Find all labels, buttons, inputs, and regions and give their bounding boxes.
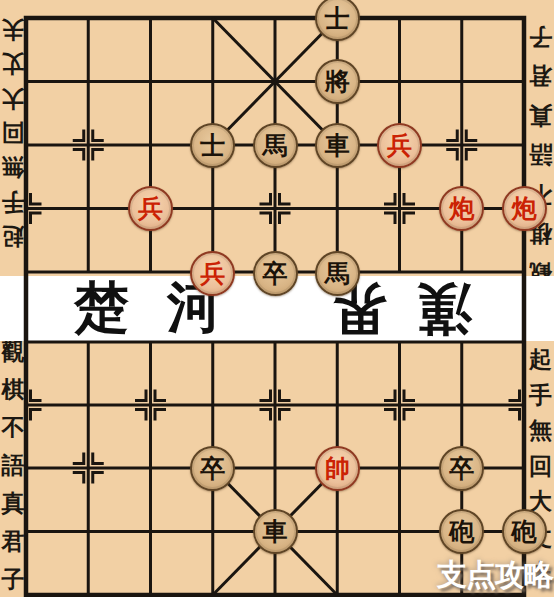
piece-black-cannon[interactable]: 砲: [502, 509, 547, 554]
piece-black-chariot[interactable]: 車: [315, 123, 360, 168]
piece-black-cannon[interactable]: 砲: [439, 509, 484, 554]
piece-black-advisor[interactable]: 士: [190, 123, 235, 168]
pieces-layer: 士將士馬車兵兵炮炮兵卒馬卒帥卒車砲砲: [0, 0, 554, 597]
xiangqi-board: 起手無回大丈夫 觀棋不語真君子 觀棋不語真君子 起手無回大丈夫 楚河 漢界 士將…: [0, 0, 554, 597]
piece-red-general[interactable]: 帥: [315, 446, 360, 491]
piece-red-soldier[interactable]: 兵: [190, 251, 235, 296]
piece-red-cannon[interactable]: 炮: [502, 186, 547, 231]
piece-black-chariot[interactable]: 車: [253, 509, 298, 554]
piece-red-soldier[interactable]: 兵: [128, 186, 173, 231]
watermark: 支点攻略: [437, 555, 553, 596]
piece-black-soldier[interactable]: 卒: [253, 251, 298, 296]
piece-black-general[interactable]: 將: [315, 59, 360, 104]
piece-black-horse[interactable]: 馬: [315, 251, 360, 296]
piece-black-horse[interactable]: 馬: [253, 123, 298, 168]
piece-red-cannon[interactable]: 炮: [439, 186, 484, 231]
piece-black-soldier[interactable]: 卒: [190, 446, 235, 491]
piece-black-soldier[interactable]: 卒: [439, 446, 484, 491]
piece-red-soldier[interactable]: 兵: [377, 123, 422, 168]
piece-black-advisor[interactable]: 士: [315, 0, 360, 41]
